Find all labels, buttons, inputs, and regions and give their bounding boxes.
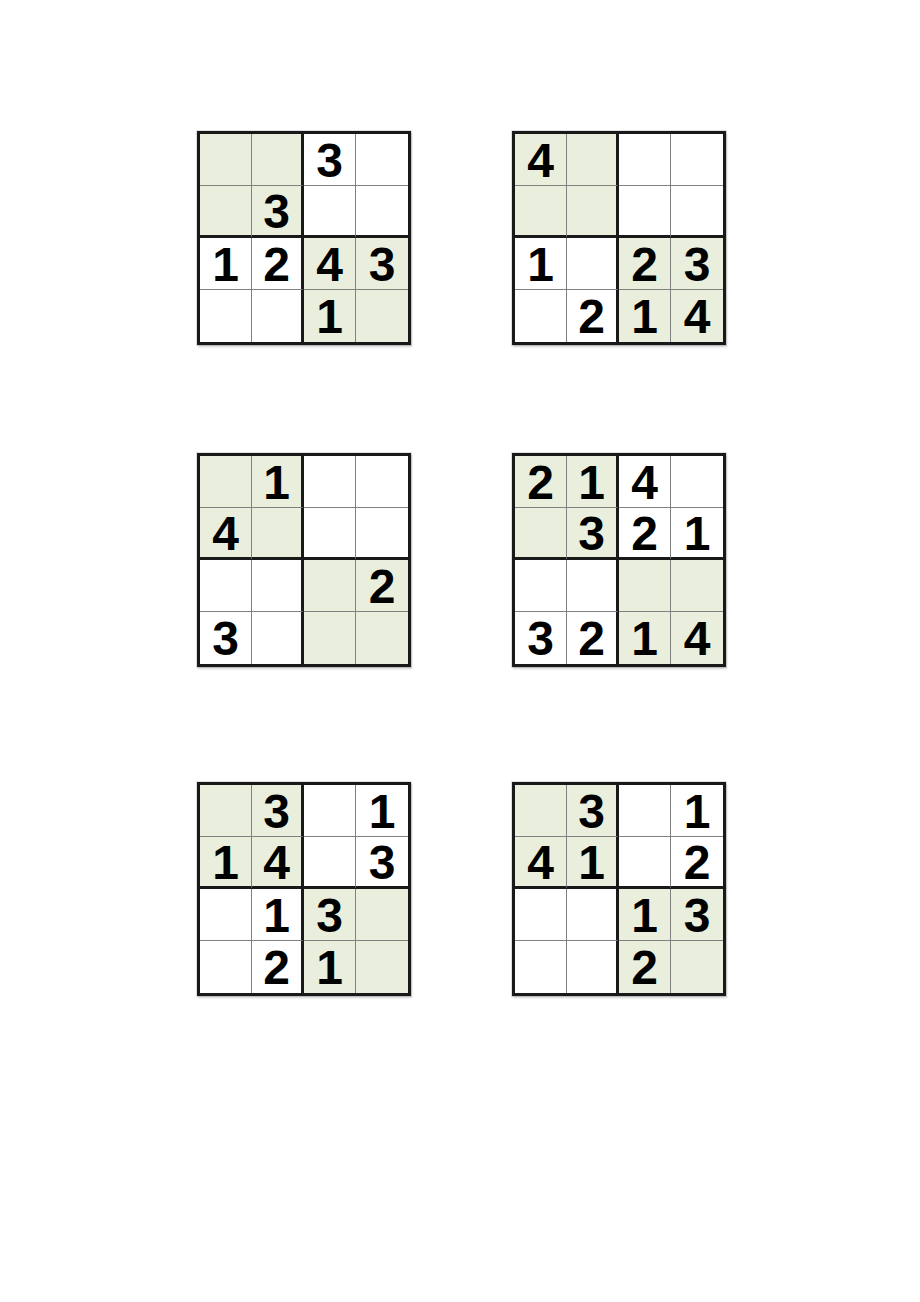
puzzle-4-cell-r1c3-given: 4 xyxy=(619,456,671,508)
puzzle-1-cell-r1c1-empty[interactable] xyxy=(200,134,252,186)
puzzle-2-cell-r3c1-given: 1 xyxy=(515,238,567,290)
puzzle-4-cell-r1c1-given: 2 xyxy=(515,456,567,508)
puzzle-5-cell-r2c2-given: 4 xyxy=(252,837,304,889)
puzzle-6-cell-r2c3-empty[interactable] xyxy=(619,837,671,889)
puzzle-5-board: 311431321 xyxy=(197,782,411,996)
puzzle-3-cell-r1c2-given: 1 xyxy=(252,456,304,508)
puzzle-1-board: 3312431 xyxy=(197,131,411,345)
puzzle-5-cell-r4c2-given: 2 xyxy=(252,941,304,993)
puzzle-2-cell-r1c4-empty[interactable] xyxy=(671,134,723,186)
puzzle-4-cell-r3c1-empty[interactable] xyxy=(515,560,567,612)
puzzle-6-cell-r2c2-given: 1 xyxy=(567,837,619,889)
puzzle-3-cell-r1c1-empty[interactable] xyxy=(200,456,252,508)
puzzle-2-cell-r4c2-given: 2 xyxy=(567,290,619,342)
puzzle-1-cell-r2c3-empty[interactable] xyxy=(304,186,356,238)
puzzle-3-cell-r2c4-empty[interactable] xyxy=(356,508,408,560)
puzzle-3-board: 1423 xyxy=(197,453,411,667)
puzzle-3-cell-r1c4-empty[interactable] xyxy=(356,456,408,508)
puzzle-1-cell-r3c2-given: 2 xyxy=(252,238,304,290)
puzzle-5-cell-r3c2-given: 1 xyxy=(252,889,304,941)
puzzle-5-cell-r4c3-given: 1 xyxy=(304,941,356,993)
puzzle-4-cell-r2c1-empty[interactable] xyxy=(515,508,567,560)
puzzle-4-cell-r3c3-empty[interactable] xyxy=(619,560,671,612)
puzzle-2-cell-r2c2-empty[interactable] xyxy=(567,186,619,238)
puzzle-4-cell-r2c4-given: 1 xyxy=(671,508,723,560)
puzzle-5-cell-r2c3-empty[interactable] xyxy=(304,837,356,889)
puzzle-4-cell-r1c2-given: 1 xyxy=(567,456,619,508)
puzzle-2-cell-r2c3-empty[interactable] xyxy=(619,186,671,238)
puzzle-4-cell-r4c3-given: 1 xyxy=(619,612,671,664)
puzzle-6-cell-r4c3-given: 2 xyxy=(619,941,671,993)
puzzle-4-cell-r3c2-empty[interactable] xyxy=(567,560,619,612)
puzzle-4-cell-r2c2-given: 3 xyxy=(567,508,619,560)
puzzle-6-cell-r3c1-empty[interactable] xyxy=(515,889,567,941)
puzzle-5-cell-r1c1-empty[interactable] xyxy=(200,785,252,837)
puzzle-6-cell-r3c2-empty[interactable] xyxy=(567,889,619,941)
puzzle-2-cell-r2c1-empty[interactable] xyxy=(515,186,567,238)
puzzle-5-cell-r3c4-empty[interactable] xyxy=(356,889,408,941)
puzzle-3-cell-r1c3-empty[interactable] xyxy=(304,456,356,508)
puzzle-2-cell-r3c2-empty[interactable] xyxy=(567,238,619,290)
puzzle-5-cell-r2c1-given: 1 xyxy=(200,837,252,889)
puzzle-1-cell-r4c4-empty[interactable] xyxy=(356,290,408,342)
puzzle-2-cell-r1c3-empty[interactable] xyxy=(619,134,671,186)
puzzle-4-cell-r2c3-given: 2 xyxy=(619,508,671,560)
puzzle-5-cell-r1c3-empty[interactable] xyxy=(304,785,356,837)
sudoku-worksheet-page: 3312431 4123214 1423 2143213214 31143132… xyxy=(0,0,920,1302)
puzzle-1-cell-r1c2-empty[interactable] xyxy=(252,134,304,186)
puzzle-1-cell-r4c2-empty[interactable] xyxy=(252,290,304,342)
puzzle-2-cell-r4c1-empty[interactable] xyxy=(515,290,567,342)
puzzle-3-cell-r4c1-given: 3 xyxy=(200,612,252,664)
puzzle-4-cell-r4c2-given: 2 xyxy=(567,612,619,664)
puzzle-1-cell-r1c4-empty[interactable] xyxy=(356,134,408,186)
puzzle-3-cell-r3c4-given: 2 xyxy=(356,560,408,612)
puzzle-5-cell-r4c1-empty[interactable] xyxy=(200,941,252,993)
puzzle-6-cell-r2c4-given: 2 xyxy=(671,837,723,889)
puzzle-3-cell-r3c1-empty[interactable] xyxy=(200,560,252,612)
puzzle-4-cell-r3c4-empty[interactable] xyxy=(671,560,723,612)
puzzle-2-cell-r1c1-given: 4 xyxy=(515,134,567,186)
puzzle-6-cell-r4c2-empty[interactable] xyxy=(567,941,619,993)
puzzle-1-cell-r2c1-empty[interactable] xyxy=(200,186,252,238)
puzzle-3-cell-r4c4-empty[interactable] xyxy=(356,612,408,664)
puzzle-2-cell-r2c4-empty[interactable] xyxy=(671,186,723,238)
puzzle-2-cell-r4c3-given: 1 xyxy=(619,290,671,342)
puzzle-5-cell-r1c4-given: 1 xyxy=(356,785,408,837)
puzzle-6-cell-r2c1-given: 4 xyxy=(515,837,567,889)
puzzle-6-cell-r1c3-empty[interactable] xyxy=(619,785,671,837)
puzzle-2-board: 4123214 xyxy=(512,131,726,345)
puzzle-2-cell-r3c3-given: 2 xyxy=(619,238,671,290)
puzzle-1-cell-r3c1-given: 1 xyxy=(200,238,252,290)
puzzle-6-cell-r3c4-given: 3 xyxy=(671,889,723,941)
puzzle-6-board: 31412132 xyxy=(512,782,726,996)
puzzle-6-cell-r4c1-empty[interactable] xyxy=(515,941,567,993)
puzzle-1-cell-r4c1-empty[interactable] xyxy=(200,290,252,342)
puzzle-6-cell-r1c4-given: 1 xyxy=(671,785,723,837)
puzzle-5-cell-r3c1-empty[interactable] xyxy=(200,889,252,941)
puzzle-5-cell-r3c3-given: 3 xyxy=(304,889,356,941)
puzzle-5-cell-r2c4-given: 3 xyxy=(356,837,408,889)
puzzle-4-cell-r4c1-given: 3 xyxy=(515,612,567,664)
puzzle-1-cell-r1c3-given: 3 xyxy=(304,134,356,186)
puzzle-6-cell-r4c4-empty[interactable] xyxy=(671,941,723,993)
puzzle-2-cell-r3c4-given: 3 xyxy=(671,238,723,290)
puzzle-3-cell-r2c3-empty[interactable] xyxy=(304,508,356,560)
puzzle-4-cell-r1c4-empty[interactable] xyxy=(671,456,723,508)
puzzle-5-cell-r1c2-given: 3 xyxy=(252,785,304,837)
puzzle-2-cell-r1c2-empty[interactable] xyxy=(567,134,619,186)
puzzle-6-cell-r1c2-given: 3 xyxy=(567,785,619,837)
puzzle-1-cell-r3c3-given: 4 xyxy=(304,238,356,290)
puzzle-3-cell-r2c2-empty[interactable] xyxy=(252,508,304,560)
puzzle-6-cell-r1c1-empty[interactable] xyxy=(515,785,567,837)
puzzle-3-cell-r2c1-given: 4 xyxy=(200,508,252,560)
puzzle-1-cell-r2c4-empty[interactable] xyxy=(356,186,408,238)
puzzle-5-cell-r4c4-empty[interactable] xyxy=(356,941,408,993)
puzzle-4-cell-r4c4-given: 4 xyxy=(671,612,723,664)
puzzle-3-cell-r4c2-empty[interactable] xyxy=(252,612,304,664)
puzzle-1-cell-r3c4-given: 3 xyxy=(356,238,408,290)
puzzle-2-cell-r4c4-given: 4 xyxy=(671,290,723,342)
puzzle-1-cell-r2c2-given: 3 xyxy=(252,186,304,238)
puzzle-3-cell-r3c2-empty[interactable] xyxy=(252,560,304,612)
puzzle-3-cell-r3c3-empty[interactable] xyxy=(304,560,356,612)
puzzle-1-cell-r4c3-given: 1 xyxy=(304,290,356,342)
puzzle-3-cell-r4c3-empty[interactable] xyxy=(304,612,356,664)
puzzle-4-board: 2143213214 xyxy=(512,453,726,667)
puzzle-6-cell-r3c3-given: 1 xyxy=(619,889,671,941)
